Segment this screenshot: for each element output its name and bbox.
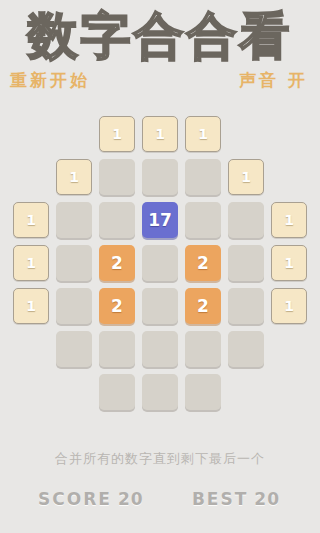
instruction-text: 合并所有的数字直到剩下最后一个 [0, 450, 320, 468]
score-display: SCORE20 [38, 489, 144, 509]
empty-cell [56, 245, 92, 281]
tile-1[interactable]: 1 [13, 202, 49, 238]
tile-1[interactable]: 1 [185, 116, 221, 152]
app-root: 数字合合看 重新开始 声音 开 11111117112211221 合并所有的数… [0, 8, 320, 533]
empty-cell [142, 159, 178, 195]
score-bar: SCORE20 BEST20 [0, 489, 320, 509]
empty-cell [99, 202, 135, 238]
page-title: 数字合合看 [0, 8, 320, 64]
empty-cell [185, 331, 221, 367]
score-value: 20 [118, 489, 144, 509]
best-label: BEST [192, 489, 248, 509]
empty-cell [185, 202, 221, 238]
sound-toggle-button[interactable]: 声音 开 [239, 69, 308, 92]
empty-cell [228, 331, 264, 367]
best-display: BEST20 [192, 489, 280, 509]
tile-1[interactable]: 1 [13, 245, 49, 281]
empty-cell [142, 288, 178, 324]
empty-cell [56, 202, 92, 238]
empty-cell [228, 245, 264, 281]
empty-cell [185, 159, 221, 195]
score-label: SCORE [38, 489, 112, 509]
game-board[interactable]: 11111117112211221 [13, 116, 307, 410]
tile-17[interactable]: 17 [142, 202, 178, 238]
tile-1[interactable]: 1 [13, 288, 49, 324]
best-value: 20 [254, 489, 280, 509]
tile-1[interactable]: 1 [271, 202, 307, 238]
tile-2[interactable]: 2 [185, 245, 221, 281]
empty-cell [142, 245, 178, 281]
tile-1[interactable]: 1 [271, 288, 307, 324]
empty-cell [56, 288, 92, 324]
tile-1[interactable]: 1 [271, 245, 307, 281]
empty-cell [228, 288, 264, 324]
tile-2[interactable]: 2 [185, 288, 221, 324]
empty-cell [185, 374, 221, 410]
toolbar: 重新开始 声音 开 [0, 69, 320, 93]
tile-1[interactable]: 1 [99, 116, 135, 152]
tile-1[interactable]: 1 [228, 159, 264, 195]
empty-cell [56, 331, 92, 367]
tile-2[interactable]: 2 [99, 288, 135, 324]
tile-1[interactable]: 1 [142, 116, 178, 152]
empty-cell [142, 374, 178, 410]
empty-cell [99, 331, 135, 367]
restart-button[interactable]: 重新开始 [10, 69, 90, 92]
empty-cell [99, 159, 135, 195]
empty-cell [99, 374, 135, 410]
tile-2[interactable]: 2 [99, 245, 135, 281]
empty-cell [142, 331, 178, 367]
tile-1[interactable]: 1 [56, 159, 92, 195]
empty-cell [228, 202, 264, 238]
